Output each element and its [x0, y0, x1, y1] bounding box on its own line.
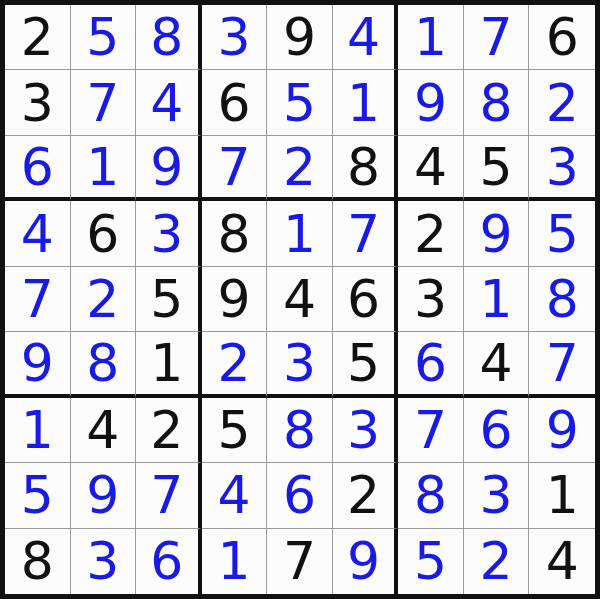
cell-r4c8[interactable]: 9 [464, 201, 530, 266]
cell-r1c5[interactable]: 9 [267, 5, 333, 70]
solved-digit: 1 [21, 404, 54, 456]
cell-r2c1[interactable]: 3 [5, 70, 71, 135]
cell-r5c3[interactable]: 5 [136, 267, 202, 332]
solved-digit: 3 [86, 535, 119, 587]
cell-r4c4[interactable]: 8 [202, 201, 268, 266]
given-digit: 4 [86, 404, 119, 456]
cell-r5c9[interactable]: 8 [529, 267, 595, 332]
solved-digit: 1 [414, 11, 447, 63]
cell-r3c1[interactable]: 6 [5, 136, 71, 201]
cell-r6c3[interactable]: 1 [136, 332, 202, 397]
given-digit: 9 [217, 273, 250, 325]
cell-r9c5[interactable]: 7 [267, 529, 333, 594]
solved-digit: 3 [283, 337, 316, 389]
cell-r4c9[interactable]: 5 [529, 201, 595, 266]
cell-r8c4[interactable]: 4 [202, 463, 268, 528]
solved-digit: 4 [217, 469, 250, 521]
solved-digit: 4 [21, 208, 54, 260]
cell-r7c5[interactable]: 8 [267, 398, 333, 463]
solved-digit: 3 [217, 11, 250, 63]
solved-digit: 6 [283, 469, 316, 521]
cell-r1c2[interactable]: 5 [71, 5, 137, 70]
cell-r1c7[interactable]: 1 [398, 5, 464, 70]
given-digit: 4 [414, 141, 447, 193]
given-digit: 9 [283, 11, 316, 63]
given-digit: 2 [347, 469, 380, 521]
solved-digit: 1 [86, 141, 119, 193]
solved-digit: 9 [480, 208, 513, 260]
cell-r4c2[interactable]: 6 [71, 201, 137, 266]
cell-r3c7[interactable]: 4 [398, 136, 464, 201]
cell-r6c5[interactable]: 3 [267, 332, 333, 397]
solved-digit: 8 [546, 273, 579, 325]
cell-r1c3[interactable]: 8 [136, 5, 202, 70]
given-digit: 7 [283, 535, 316, 587]
solved-digit: 6 [21, 141, 54, 193]
solved-digit: 3 [347, 404, 380, 456]
given-digit: 5 [150, 273, 183, 325]
cell-r8c2[interactable]: 9 [71, 463, 137, 528]
cell-r9c4[interactable]: 1 [202, 529, 268, 594]
cell-r2c9[interactable]: 2 [529, 70, 595, 135]
solved-digit: 2 [86, 273, 119, 325]
cell-r5c8[interactable]: 1 [464, 267, 530, 332]
given-digit: 1 [546, 469, 579, 521]
solved-digit: 8 [86, 337, 119, 389]
solved-digit: 7 [480, 11, 513, 63]
cell-r8c9[interactable]: 1 [529, 463, 595, 528]
given-digit: 5 [347, 337, 380, 389]
given-digit: 4 [480, 337, 513, 389]
cell-r2c3[interactable]: 4 [136, 70, 202, 135]
solved-digit: 9 [150, 141, 183, 193]
given-digit: 1 [150, 337, 183, 389]
solved-digit: 6 [150, 535, 183, 587]
solved-digit: 4 [347, 11, 380, 63]
cell-r3c2[interactable]: 1 [71, 136, 137, 201]
cell-r7c4[interactable]: 5 [202, 398, 268, 463]
sudoku-board: 2583941763746519826197284534638172957259… [0, 0, 600, 599]
cell-r2c6[interactable]: 1 [333, 70, 399, 135]
cell-r1c1[interactable]: 2 [5, 5, 71, 70]
cell-r1c9[interactable]: 6 [529, 5, 595, 70]
given-digit: 8 [217, 208, 250, 260]
cell-r7c8[interactable]: 6 [464, 398, 530, 463]
cell-r4c1[interactable]: 4 [5, 201, 71, 266]
cell-r5c2[interactable]: 2 [71, 267, 137, 332]
cell-r3c9[interactable]: 3 [529, 136, 595, 201]
cell-r8c3[interactable]: 7 [136, 463, 202, 528]
solved-digit: 9 [414, 77, 447, 129]
cell-r9c2[interactable]: 3 [71, 529, 137, 594]
given-digit: 2 [21, 11, 54, 63]
given-digit: 4 [283, 273, 316, 325]
cell-r3c4[interactable]: 7 [202, 136, 268, 201]
given-digit: 8 [21, 535, 54, 587]
cell-r6c9[interactable]: 7 [529, 332, 595, 397]
cell-r2c5[interactable]: 5 [267, 70, 333, 135]
solved-digit: 1 [347, 77, 380, 129]
cell-r6c1[interactable]: 9 [5, 332, 71, 397]
cell-r7c2[interactable]: 4 [71, 398, 137, 463]
solved-digit: 2 [283, 141, 316, 193]
solved-digit: 8 [283, 404, 316, 456]
solved-digit: 8 [150, 11, 183, 63]
cell-r9c9[interactable]: 4 [529, 529, 595, 594]
solved-digit: 5 [414, 535, 447, 587]
cell-r1c8[interactable]: 7 [464, 5, 530, 70]
solved-digit: 9 [21, 337, 54, 389]
cell-r8c7[interactable]: 8 [398, 463, 464, 528]
solved-digit: 7 [86, 77, 119, 129]
solved-digit: 7 [414, 404, 447, 456]
cell-r8c5[interactable]: 6 [267, 463, 333, 528]
solved-digit: 2 [480, 535, 513, 587]
solved-digit: 7 [150, 469, 183, 521]
cell-r5c6[interactable]: 6 [333, 267, 399, 332]
cell-r4c3[interactable]: 3 [136, 201, 202, 266]
cell-r4c7[interactable]: 2 [398, 201, 464, 266]
solved-digit: 8 [480, 77, 513, 129]
solved-digit: 1 [480, 273, 513, 325]
solved-digit: 3 [546, 141, 579, 193]
solved-digit: 1 [217, 535, 250, 587]
given-digit: 6 [86, 208, 119, 260]
cell-r5c7[interactable]: 3 [398, 267, 464, 332]
given-digit: 3 [21, 77, 54, 129]
cell-r5c4[interactable]: 9 [202, 267, 268, 332]
cell-r4c6[interactable]: 7 [333, 201, 399, 266]
solved-digit: 3 [150, 208, 183, 260]
cell-r8c8[interactable]: 3 [464, 463, 530, 528]
given-digit: 5 [480, 141, 513, 193]
cell-r3c8[interactable]: 5 [464, 136, 530, 201]
cell-r3c5[interactable]: 2 [267, 136, 333, 201]
cell-r6c6[interactable]: 5 [333, 332, 399, 397]
cell-r5c1[interactable]: 7 [5, 267, 71, 332]
cell-r9c6[interactable]: 9 [333, 529, 399, 594]
given-digit: 2 [150, 404, 183, 456]
cell-r7c3[interactable]: 2 [136, 398, 202, 463]
cell-r9c7[interactable]: 5 [398, 529, 464, 594]
cell-r1c4[interactable]: 3 [202, 5, 268, 70]
solved-digit: 7 [546, 337, 579, 389]
cell-r2c7[interactable]: 9 [398, 70, 464, 135]
cell-r6c7[interactable]: 6 [398, 332, 464, 397]
given-digit: 3 [414, 273, 447, 325]
cell-r7c7[interactable]: 7 [398, 398, 464, 463]
cell-r7c6[interactable]: 3 [333, 398, 399, 463]
given-digit: 8 [347, 141, 380, 193]
given-digit: 4 [546, 535, 579, 587]
cell-r6c8[interactable]: 4 [464, 332, 530, 397]
cell-r4c5[interactable]: 1 [267, 201, 333, 266]
cell-r3c6[interactable]: 8 [333, 136, 399, 201]
solved-digit: 9 [86, 469, 119, 521]
cell-r9c1[interactable]: 8 [5, 529, 71, 594]
given-digit: 6 [217, 77, 250, 129]
cell-r6c2[interactable]: 8 [71, 332, 137, 397]
cell-r2c2[interactable]: 7 [71, 70, 137, 135]
solved-digit: 9 [546, 404, 579, 456]
solved-digit: 7 [347, 208, 380, 260]
solved-digit: 7 [21, 273, 54, 325]
given-digit: 6 [347, 273, 380, 325]
solved-digit: 9 [347, 535, 380, 587]
cell-r9c3[interactable]: 6 [136, 529, 202, 594]
solved-digit: 5 [546, 208, 579, 260]
cell-r3c3[interactable]: 9 [136, 136, 202, 201]
solved-digit: 1 [283, 208, 316, 260]
solved-digit: 8 [414, 469, 447, 521]
solved-digit: 3 [480, 469, 513, 521]
cell-r2c4[interactable]: 6 [202, 70, 268, 135]
solved-digit: 5 [283, 77, 316, 129]
solved-digit: 6 [414, 337, 447, 389]
solved-digit: 7 [217, 141, 250, 193]
cell-r6c4[interactable]: 2 [202, 332, 268, 397]
solved-digit: 2 [217, 337, 250, 389]
given-digit: 5 [217, 404, 250, 456]
solved-digit: 2 [546, 77, 579, 129]
cell-r2c8[interactable]: 8 [464, 70, 530, 135]
cell-r7c1[interactable]: 1 [5, 398, 71, 463]
solved-digit: 5 [21, 469, 54, 521]
cell-r8c6[interactable]: 2 [333, 463, 399, 528]
solved-digit: 6 [480, 404, 513, 456]
cell-r7c9[interactable]: 9 [529, 398, 595, 463]
given-digit: 2 [414, 208, 447, 260]
given-digit: 6 [546, 11, 579, 63]
cell-r1c6[interactable]: 4 [333, 5, 399, 70]
cell-r9c8[interactable]: 2 [464, 529, 530, 594]
cell-r5c5[interactable]: 4 [267, 267, 333, 332]
solved-digit: 5 [86, 11, 119, 63]
solved-digit: 4 [150, 77, 183, 129]
cell-r8c1[interactable]: 5 [5, 463, 71, 528]
